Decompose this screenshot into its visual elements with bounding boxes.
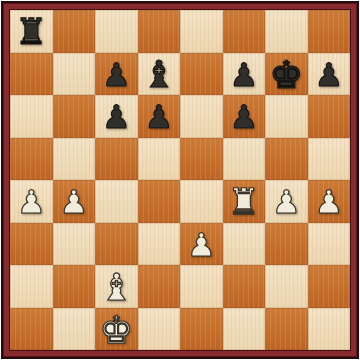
square-b2[interactable] (53, 265, 96, 308)
square-c4[interactable] (95, 180, 138, 223)
square-c2[interactable]: ♝ (95, 265, 138, 308)
square-a5[interactable] (10, 138, 53, 181)
square-g2[interactable] (265, 265, 308, 308)
piece-white-pawn[interactable]: ♟ (187, 229, 216, 261)
square-d6[interactable]: ♟ (138, 95, 181, 138)
square-d8[interactable] (138, 10, 181, 53)
square-e7[interactable] (180, 53, 223, 96)
square-g3[interactable] (265, 223, 308, 266)
square-b7[interactable] (53, 53, 96, 96)
square-g8[interactable] (265, 10, 308, 53)
square-c1[interactable]: ♚ (95, 308, 138, 351)
square-g7[interactable]: ♚ (265, 53, 308, 96)
square-g5[interactable] (265, 138, 308, 181)
square-c6[interactable]: ♟ (95, 95, 138, 138)
square-a6[interactable] (10, 95, 53, 138)
piece-black-pawn[interactable]: ♟ (144, 101, 173, 133)
square-h2[interactable] (308, 265, 351, 308)
square-a8[interactable]: ♜ (10, 10, 53, 53)
square-e2[interactable] (180, 265, 223, 308)
square-f7[interactable]: ♟ (223, 53, 266, 96)
square-h5[interactable] (308, 138, 351, 181)
piece-black-pawn[interactable]: ♟ (229, 101, 258, 133)
piece-black-bishop[interactable]: ♝ (142, 56, 175, 93)
piece-black-pawn[interactable]: ♟ (229, 59, 258, 91)
square-a4[interactable]: ♟ (10, 180, 53, 223)
square-a2[interactable] (10, 265, 53, 308)
square-e8[interactable] (180, 10, 223, 53)
piece-black-pawn[interactable]: ♟ (102, 101, 131, 133)
piece-black-king[interactable]: ♚ (269, 56, 303, 94)
square-h4[interactable]: ♟ (308, 180, 351, 223)
piece-black-pawn[interactable]: ♟ (102, 59, 131, 91)
square-d1[interactable] (138, 308, 181, 351)
square-f1[interactable] (223, 308, 266, 351)
square-a3[interactable] (10, 223, 53, 266)
square-a7[interactable] (10, 53, 53, 96)
square-h3[interactable] (308, 223, 351, 266)
piece-white-bishop[interactable]: ♝ (100, 269, 133, 306)
square-h7[interactable]: ♟ (308, 53, 351, 96)
square-d5[interactable] (138, 138, 181, 181)
piece-black-rook[interactable]: ♜ (15, 14, 47, 50)
square-g4[interactable]: ♟ (265, 180, 308, 223)
piece-white-pawn[interactable]: ♟ (314, 186, 343, 218)
square-e6[interactable] (180, 95, 223, 138)
board-frame: ♜♟♝♟♚♟♟♟♟♟♟♜♟♟♟♝♚ (0, 0, 360, 360)
piece-white-pawn[interactable]: ♟ (59, 186, 88, 218)
square-f2[interactable] (223, 265, 266, 308)
piece-white-king[interactable]: ♚ (99, 311, 133, 349)
square-d7[interactable]: ♝ (138, 53, 181, 96)
square-c8[interactable] (95, 10, 138, 53)
square-d4[interactable] (138, 180, 181, 223)
piece-white-rook[interactable]: ♜ (228, 184, 260, 220)
square-h1[interactable] (308, 308, 351, 351)
square-f8[interactable] (223, 10, 266, 53)
square-e4[interactable] (180, 180, 223, 223)
square-f3[interactable] (223, 223, 266, 266)
square-e1[interactable] (180, 308, 223, 351)
square-f5[interactable] (223, 138, 266, 181)
square-h6[interactable] (308, 95, 351, 138)
square-e3[interactable]: ♟ (180, 223, 223, 266)
chess-board: ♜♟♝♟♚♟♟♟♟♟♟♜♟♟♟♝♚ (10, 10, 350, 350)
square-f4[interactable]: ♜ (223, 180, 266, 223)
piece-white-pawn[interactable]: ♟ (272, 186, 301, 218)
square-g6[interactable] (265, 95, 308, 138)
square-d3[interactable] (138, 223, 181, 266)
square-a1[interactable] (10, 308, 53, 351)
square-c3[interactable] (95, 223, 138, 266)
piece-white-pawn[interactable]: ♟ (17, 186, 46, 218)
square-e5[interactable] (180, 138, 223, 181)
square-c5[interactable] (95, 138, 138, 181)
square-h8[interactable] (308, 10, 351, 53)
square-b4[interactable]: ♟ (53, 180, 96, 223)
square-d2[interactable] (138, 265, 181, 308)
square-b3[interactable] (53, 223, 96, 266)
square-b5[interactable] (53, 138, 96, 181)
square-b6[interactable] (53, 95, 96, 138)
square-b1[interactable] (53, 308, 96, 351)
square-c7[interactable]: ♟ (95, 53, 138, 96)
piece-black-pawn[interactable]: ♟ (314, 59, 343, 91)
square-f6[interactable]: ♟ (223, 95, 266, 138)
square-b8[interactable] (53, 10, 96, 53)
square-g1[interactable] (265, 308, 308, 351)
